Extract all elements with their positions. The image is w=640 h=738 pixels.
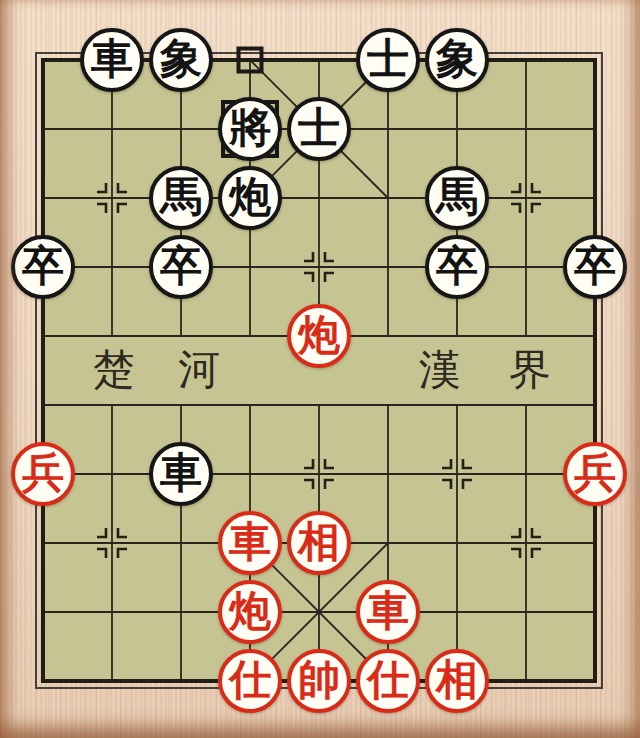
piece-red-soldier[interactable]: 兵	[11, 442, 75, 506]
piece-black-horse[interactable]: 馬	[149, 166, 213, 230]
piece-glyph: 兵	[22, 452, 64, 494]
piece-glyph: 車	[91, 38, 133, 80]
xiangqi-board: 楚 河 漢 界 車象士象將士馬炮馬卒卒卒卒炮兵車兵車相炮車仕帥仕相	[0, 0, 640, 738]
piece-red-advisor[interactable]: 仕	[356, 649, 420, 713]
piece-glyph: 馬	[436, 176, 478, 218]
piece-red-advisor[interactable]: 仕	[218, 649, 282, 713]
river-label-he: 河	[178, 349, 220, 391]
piece-glyph: 炮	[229, 590, 271, 632]
piece-glyph: 車	[160, 452, 202, 494]
piece-red-cannon[interactable]: 炮	[218, 580, 282, 644]
piece-glyph: 兵	[574, 452, 616, 494]
piece-black-elephant[interactable]: 象	[149, 28, 213, 92]
last-move-from-marker	[237, 47, 264, 74]
piece-red-chariot[interactable]: 車	[356, 580, 420, 644]
piece-glyph: 相	[298, 521, 340, 563]
piece-glyph: 仕	[229, 659, 271, 701]
piece-black-chariot[interactable]: 車	[149, 442, 213, 506]
piece-glyph: 炮	[298, 314, 340, 356]
river-label-han: 漢	[419, 349, 461, 391]
piece-black-cannon[interactable]: 炮	[218, 166, 282, 230]
piece-red-elephant[interactable]: 相	[287, 511, 351, 575]
piece-glyph: 車	[367, 590, 409, 632]
piece-glyph: 卒	[574, 245, 616, 287]
piece-glyph: 炮	[229, 176, 271, 218]
piece-glyph: 士	[367, 38, 409, 80]
piece-glyph: 帥	[298, 659, 340, 701]
piece-black-advisor[interactable]: 士	[287, 97, 351, 161]
piece-black-chariot[interactable]: 車	[80, 28, 144, 92]
piece-black-general[interactable]: 將	[218, 97, 282, 161]
piece-glyph: 仕	[367, 659, 409, 701]
piece-black-soldier[interactable]: 卒	[11, 235, 75, 299]
river-label-chu: 楚	[93, 349, 135, 391]
piece-red-general[interactable]: 帥	[287, 649, 351, 713]
piece-red-chariot[interactable]: 車	[218, 511, 282, 575]
piece-glyph: 車	[229, 521, 271, 563]
piece-glyph: 象	[160, 38, 202, 80]
piece-glyph: 卒	[22, 245, 64, 287]
piece-glyph: 卒	[160, 245, 202, 287]
piece-black-soldier[interactable]: 卒	[149, 235, 213, 299]
piece-black-advisor[interactable]: 士	[356, 28, 420, 92]
piece-black-soldier[interactable]: 卒	[563, 235, 627, 299]
piece-black-elephant[interactable]: 象	[425, 28, 489, 92]
piece-red-elephant[interactable]: 相	[425, 649, 489, 713]
piece-glyph: 相	[436, 659, 478, 701]
piece-glyph: 士	[298, 107, 340, 149]
piece-glyph: 象	[436, 38, 478, 80]
piece-black-horse[interactable]: 馬	[425, 166, 489, 230]
piece-glyph: 馬	[160, 176, 202, 218]
piece-glyph: 將	[229, 107, 271, 149]
piece-black-soldier[interactable]: 卒	[425, 235, 489, 299]
river-label-jie: 界	[509, 349, 551, 391]
piece-glyph: 卒	[436, 245, 478, 287]
piece-red-soldier[interactable]: 兵	[563, 442, 627, 506]
piece-red-cannon[interactable]: 炮	[287, 304, 351, 368]
